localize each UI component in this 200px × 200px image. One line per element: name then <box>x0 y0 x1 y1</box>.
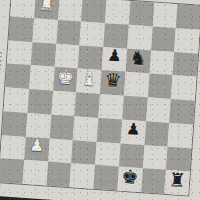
square-b3 <box>26 113 51 138</box>
square-e7 <box>103 23 128 48</box>
board-photo: ❖ ♜♟♞♚♝♛♟♟♚♜ <box>0 0 200 200</box>
square-c7 <box>56 20 81 45</box>
square-c4 <box>51 91 76 116</box>
square-f3: ♟ <box>120 119 145 144</box>
square-e3 <box>97 118 122 143</box>
square-e8 <box>105 0 130 25</box>
chess-board: ❖ ♜♟♞♚♝♛♟♟♚♜ <box>0 0 200 200</box>
square-c1 <box>46 162 71 187</box>
square-c3 <box>49 114 74 139</box>
piece-black-pawn: ♟ <box>126 121 141 138</box>
square-h6 <box>173 52 198 77</box>
square-a3 <box>2 111 27 136</box>
square-a4 <box>4 87 29 112</box>
square-a8 <box>10 0 35 18</box>
square-e2 <box>95 141 120 166</box>
square-h4 <box>169 99 194 124</box>
square-h5 <box>171 75 196 100</box>
piece-black-pawn: ♟ <box>107 48 122 65</box>
square-g5 <box>147 74 172 99</box>
piece-white-pawn: ♟ <box>29 138 44 155</box>
piece-black-queen: ♛ <box>104 70 122 90</box>
square-b2: ♟ <box>24 136 49 161</box>
square-g8 <box>152 3 177 28</box>
square-b5 <box>29 65 54 90</box>
square-b7 <box>32 18 57 43</box>
square-b4 <box>27 89 52 114</box>
square-a1 <box>0 158 24 183</box>
piece-white-bishop: ♝ <box>80 68 98 88</box>
square-g3 <box>144 121 169 146</box>
square-c8 <box>58 0 83 21</box>
square-f1: ♚ <box>117 167 142 192</box>
square-h1: ♜ <box>164 170 189 195</box>
piece-black-king: ♚ <box>121 166 139 186</box>
square-h8 <box>176 4 200 29</box>
square-c5: ♚ <box>53 67 78 92</box>
square-e1 <box>93 165 118 190</box>
piece-white-rook: ♜ <box>38 0 56 14</box>
square-d1 <box>70 163 95 188</box>
piece-white-king: ♚ <box>56 67 74 87</box>
square-a5 <box>5 64 30 89</box>
square-g2 <box>142 145 167 170</box>
board-frame: ❖ ♜♟♞♚♝♛♟♟♚♜ <box>0 0 200 200</box>
square-b6 <box>31 42 56 67</box>
square-d2 <box>71 140 96 165</box>
square-f6: ♞ <box>125 48 150 73</box>
square-d3 <box>73 116 98 141</box>
square-g6 <box>149 50 174 75</box>
square-h7 <box>174 28 199 53</box>
square-d4 <box>75 92 100 117</box>
square-b8: ♜ <box>34 0 59 20</box>
square-g4 <box>146 97 171 122</box>
board-grid: ♜♟♞♚♝♛♟♟♚♜ <box>0 0 200 196</box>
border-stamp <box>0 52 2 80</box>
square-d5: ♝ <box>76 69 101 94</box>
square-c2 <box>48 138 73 163</box>
square-g7 <box>151 26 176 51</box>
square-d8 <box>81 0 106 23</box>
piece-black-rook: ♜ <box>168 170 186 190</box>
square-a7 <box>9 16 34 41</box>
square-f8 <box>129 1 154 26</box>
square-e4 <box>98 94 123 119</box>
square-f4 <box>122 96 147 121</box>
square-f5 <box>124 72 149 97</box>
square-e5: ♛ <box>100 70 125 95</box>
square-a6 <box>7 40 32 65</box>
piece-black-knight: ♞ <box>129 48 147 68</box>
square-d7 <box>80 21 105 46</box>
square-a2 <box>0 135 25 160</box>
square-b1 <box>22 160 47 185</box>
square-g1 <box>141 168 166 193</box>
square-h3 <box>168 123 193 148</box>
